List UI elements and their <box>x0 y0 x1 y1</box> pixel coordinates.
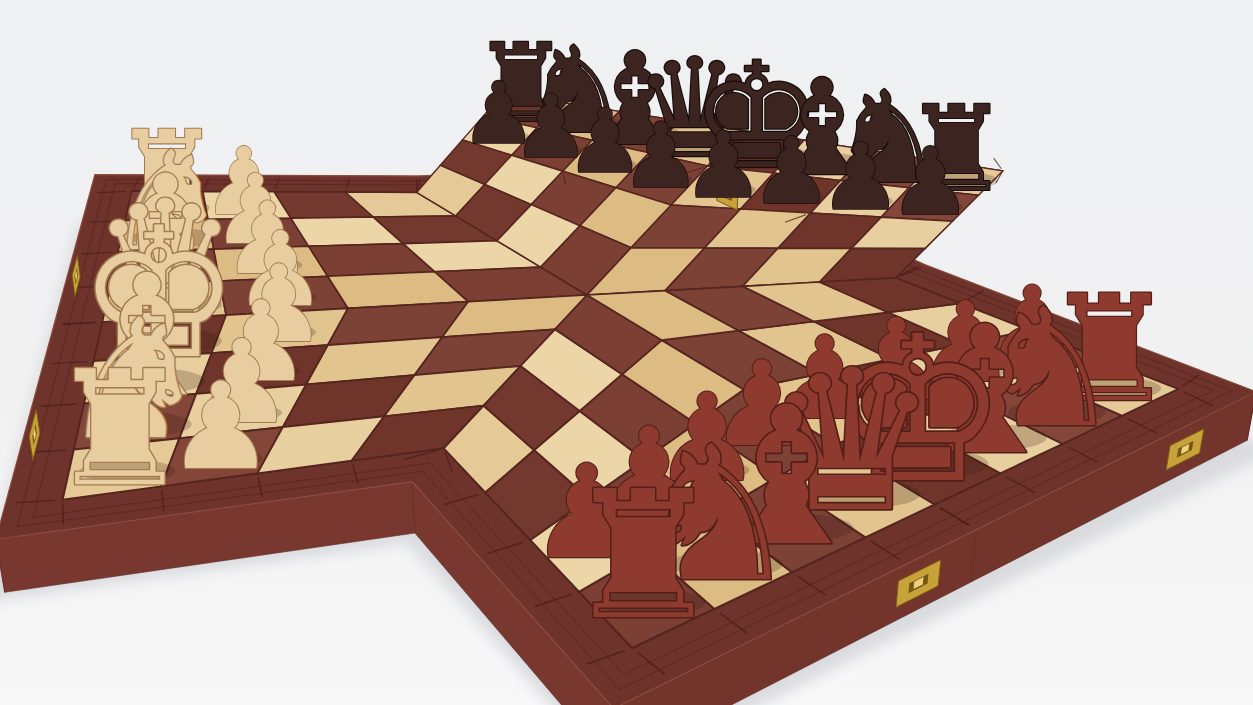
three-player-chess-board-render: ♜♞♝♟♛♟♚♝♟♞♟♜♟♟♟♟♟♜♟♞♟♝♟♛♟♚♟♟♟♝♜♟♟♞♟♞♟♝♟♚… <box>0 0 1253 705</box>
piece-red-rook-a1[interactable]: ♜ <box>564 453 723 659</box>
piece-black-pawn-h2[interactable]: ♟ <box>889 127 973 236</box>
product-viewport: ♜♞♝♟♛♟♚♝♟♞♟♜♟♟♟♟♟♜♟♞♟♝♟♛♟♚♟♟♟♝♜♟♟♞♟♞♟♝♟♚… <box>0 0 1253 705</box>
piece-white-rook-h1[interactable]: ♜ <box>49 337 191 521</box>
